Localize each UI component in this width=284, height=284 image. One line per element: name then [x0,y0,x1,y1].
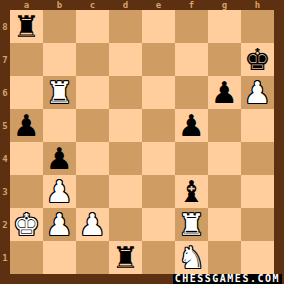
square-d7[interactable] [109,43,142,76]
square-e5[interactable] [142,109,175,142]
square-c2[interactable]: ♟ [76,208,109,241]
square-h3[interactable] [241,175,274,208]
file-labels: abcdefgh [10,0,274,10]
square-d1[interactable]: ♜ [109,241,142,274]
piece-black-king: ♚ [244,43,271,76]
square-c4[interactable] [76,142,109,175]
square-g8[interactable] [208,10,241,43]
chess-board-frame: abcdefgh 87654321 ♜♚♜♟♟♟♟♟♟♝♚♟♟♜♜♞ CHESS… [0,0,284,284]
square-d5[interactable] [109,109,142,142]
file-label-g: g [208,0,241,10]
square-d4[interactable] [109,142,142,175]
square-b1[interactable] [43,241,76,274]
square-h8[interactable] [241,10,274,43]
square-a8[interactable]: ♜ [10,10,43,43]
square-b6[interactable]: ♜ [43,76,76,109]
square-c3[interactable] [76,175,109,208]
square-c1[interactable] [76,241,109,274]
rank-label-7: 7 [0,43,10,76]
square-d8[interactable] [109,10,142,43]
watermark: CHESSGAMES.COM [173,274,282,284]
square-g5[interactable] [208,109,241,142]
rank-labels: 87654321 [0,10,10,274]
square-f3[interactable]: ♝ [175,175,208,208]
rank-label-5: 5 [0,109,10,142]
square-e2[interactable] [142,208,175,241]
square-b7[interactable] [43,43,76,76]
square-g3[interactable] [208,175,241,208]
square-c6[interactable] [76,76,109,109]
file-label-h: h [241,0,274,10]
square-f2[interactable]: ♜ [175,208,208,241]
square-a2[interactable]: ♚ [10,208,43,241]
square-g7[interactable] [208,43,241,76]
square-f5[interactable]: ♟ [175,109,208,142]
square-a7[interactable] [10,43,43,76]
square-f8[interactable] [175,10,208,43]
piece-white-rook: ♜ [178,208,205,241]
square-b2[interactable]: ♟ [43,208,76,241]
piece-black-rook: ♜ [13,10,40,43]
piece-white-pawn: ♟ [79,208,106,241]
piece-black-pawn: ♟ [46,142,73,175]
square-f4[interactable] [175,142,208,175]
square-e1[interactable] [142,241,175,274]
square-b4[interactable]: ♟ [43,142,76,175]
square-e8[interactable] [142,10,175,43]
piece-black-pawn: ♟ [178,109,205,142]
piece-black-rook: ♜ [112,241,139,274]
square-c8[interactable] [76,10,109,43]
rank-label-1: 1 [0,241,10,274]
square-c5[interactable] [76,109,109,142]
square-d3[interactable] [109,175,142,208]
square-c7[interactable] [76,43,109,76]
square-e4[interactable] [142,142,175,175]
piece-white-king: ♚ [13,208,40,241]
square-f1[interactable]: ♞ [175,241,208,274]
rank-label-2: 2 [0,208,10,241]
square-g6[interactable]: ♟ [208,76,241,109]
rank-label-6: 6 [0,76,10,109]
piece-black-bishop: ♝ [178,175,205,208]
square-d6[interactable] [109,76,142,109]
rank-label-8: 8 [0,10,10,43]
square-h2[interactable] [241,208,274,241]
square-f6[interactable] [175,76,208,109]
square-b5[interactable] [43,109,76,142]
square-a4[interactable] [10,142,43,175]
square-a3[interactable] [10,175,43,208]
square-h7[interactable]: ♚ [241,43,274,76]
square-h5[interactable] [241,109,274,142]
piece-white-pawn: ♟ [244,76,271,109]
file-label-b: b [43,0,76,10]
square-a5[interactable]: ♟ [10,109,43,142]
rank-label-4: 4 [0,142,10,175]
square-g2[interactable] [208,208,241,241]
piece-white-rook: ♜ [46,76,73,109]
square-g4[interactable] [208,142,241,175]
chess-board: ♜♚♜♟♟♟♟♟♟♝♚♟♟♜♜♞ [10,10,274,274]
square-f7[interactable] [175,43,208,76]
piece-black-pawn: ♟ [13,109,40,142]
file-label-e: e [142,0,175,10]
piece-black-pawn: ♟ [211,76,238,109]
square-a6[interactable] [10,76,43,109]
square-b3[interactable]: ♟ [43,175,76,208]
square-a1[interactable] [10,241,43,274]
square-e6[interactable] [142,76,175,109]
piece-white-pawn: ♟ [46,175,73,208]
file-label-d: d [109,0,142,10]
square-e7[interactable] [142,43,175,76]
square-h4[interactable] [241,142,274,175]
piece-white-pawn: ♟ [46,208,73,241]
square-h6[interactable]: ♟ [241,76,274,109]
square-b8[interactable] [43,10,76,43]
rank-label-3: 3 [0,175,10,208]
square-h1[interactable] [241,241,274,274]
piece-white-knight: ♞ [178,241,205,274]
square-e3[interactable] [142,175,175,208]
file-label-f: f [175,0,208,10]
file-label-c: c [76,0,109,10]
square-d2[interactable] [109,208,142,241]
square-g1[interactable] [208,241,241,274]
